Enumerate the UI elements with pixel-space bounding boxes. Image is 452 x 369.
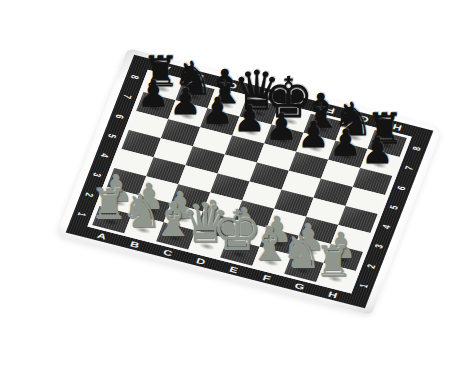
file-label-d-bottom: D [195, 256, 206, 265]
piece-white-rook[interactable]: ♜ [314, 241, 352, 283]
rank-label-4-left: 4 [99, 153, 111, 159]
file-label-c-bottom: C [162, 248, 173, 257]
piece-black-pawn[interactable]: ♟ [361, 133, 393, 169]
chess-board: ♜♞♝♛♚♝♞♜♟♟♟♟♟♟♟♟♟♟♟♟♟♟♟♟♜♞♝♛♚♝♞♜ [92, 73, 407, 290]
file-label-b-bottom: B [129, 240, 140, 249]
square-h1[interactable]: ♜ [316, 263, 355, 290]
file-label-e-bottom: E [228, 265, 239, 274]
rank-label-3-right: 3 [373, 244, 385, 250]
file-label-f-bottom: F [262, 273, 272, 282]
rank-label-2-right: 2 [366, 263, 378, 269]
rank-label-1-right: 1 [358, 283, 370, 289]
file-label-a-bottom: A [96, 231, 107, 240]
piece-black-pawn[interactable]: ♟ [201, 93, 233, 129]
file-label-g-bottom: G [294, 281, 306, 290]
piece-black-pawn[interactable]: ♟ [137, 76, 169, 112]
rank-label-5-right: 5 [388, 204, 400, 210]
piece-black-pawn[interactable]: ♟ [297, 117, 329, 153]
rank-label-4-right: 4 [381, 224, 393, 230]
piece-black-pawn[interactable]: ♟ [329, 125, 361, 161]
rank-label-6-right: 6 [396, 185, 408, 191]
rank-label-7-left: 7 [122, 94, 134, 100]
piece-black-pawn[interactable]: ♟ [265, 109, 297, 145]
rank-label-5-left: 5 [107, 133, 119, 139]
piece-black-pawn[interactable]: ♟ [169, 85, 201, 121]
rank-label-6-left: 6 [114, 113, 126, 119]
rank-label-8-right: 8 [411, 146, 423, 152]
file-label-h-bottom: H [327, 290, 338, 299]
piece-black-pawn[interactable]: ♟ [233, 101, 265, 137]
rank-label-7-right: 7 [403, 165, 415, 171]
product-photo: ABCDEFGH 87654321 ♜♞♝♛♚♝♞♜♟♟♟♟♟♟♟♟♟♟♟♟♟♟… [0, 0, 452, 369]
chess-mat: ABCDEFGH 87654321 ♜♞♝♛♚♝♞♜♟♟♟♟♟♟♟♟♟♟♟♟♟♟… [56, 48, 443, 315]
coordinate-border: ABCDEFGH 87654321 ♜♞♝♛♚♝♞♜♟♟♟♟♟♟♟♟♟♟♟♟♟♟… [66, 55, 434, 309]
rank-label-1-left: 1 [76, 211, 88, 217]
